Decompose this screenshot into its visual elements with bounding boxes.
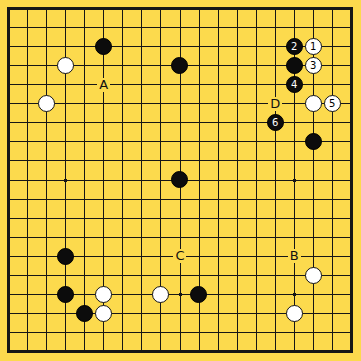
intersection-O8[interactable]	[247, 209, 266, 228]
intersection-M5[interactable]	[209, 266, 228, 285]
intersection-L5[interactable]	[189, 266, 208, 285]
intersection-S16[interactable]	[323, 56, 342, 75]
intersection-D4[interactable]	[56, 285, 75, 304]
intersection-G3[interactable]	[113, 304, 132, 323]
intersection-T12[interactable]	[342, 132, 361, 151]
intersection-N12[interactable]	[228, 132, 247, 151]
intersection-J12[interactable]	[151, 132, 170, 151]
intersection-M7[interactable]	[209, 228, 228, 247]
intersection-L18[interactable]	[189, 18, 208, 37]
intersection-T10[interactable]	[342, 170, 361, 189]
intersection-R5[interactable]	[304, 266, 323, 285]
intersection-Q5[interactable]	[285, 266, 304, 285]
intersection-B3[interactable]	[18, 304, 37, 323]
intersection-S10[interactable]	[323, 170, 342, 189]
intersection-O3[interactable]	[247, 304, 266, 323]
intersection-E2[interactable]	[75, 323, 94, 342]
intersection-C11[interactable]	[37, 151, 56, 170]
intersection-D7[interactable]	[56, 228, 75, 247]
intersection-M19[interactable]	[209, 0, 228, 18]
intersection-B18[interactable]	[18, 18, 37, 37]
intersection-H11[interactable]	[132, 151, 151, 170]
intersection-R3[interactable]	[304, 304, 323, 323]
intersection-E7[interactable]	[75, 228, 94, 247]
intersection-K5[interactable]	[170, 266, 189, 285]
intersection-F2[interactable]	[94, 323, 113, 342]
intersection-M17[interactable]	[209, 37, 228, 56]
intersection-O2[interactable]	[247, 323, 266, 342]
intersection-O19[interactable]	[247, 0, 266, 18]
intersection-F6[interactable]	[94, 247, 113, 266]
intersection-F9[interactable]	[94, 189, 113, 208]
intersection-Q12[interactable]	[285, 132, 304, 151]
intersection-K3[interactable]	[170, 304, 189, 323]
intersection-C8[interactable]	[37, 209, 56, 228]
intersection-J3[interactable]	[151, 304, 170, 323]
intersection-O6[interactable]	[247, 247, 266, 266]
intersection-M8[interactable]	[209, 209, 228, 228]
intersection-G8[interactable]	[113, 209, 132, 228]
intersection-R14[interactable]	[304, 94, 323, 113]
intersection-F19[interactable]	[94, 0, 113, 18]
intersection-O15[interactable]	[247, 75, 266, 94]
intersection-O13[interactable]	[247, 113, 266, 132]
intersection-C12[interactable]	[37, 132, 56, 151]
intersection-D2[interactable]	[56, 323, 75, 342]
intersection-Q17[interactable]: 2	[285, 37, 304, 56]
intersection-N11[interactable]	[228, 151, 247, 170]
intersection-H9[interactable]	[132, 189, 151, 208]
intersection-S4[interactable]	[323, 285, 342, 304]
intersection-T15[interactable]	[342, 75, 361, 94]
intersection-S5[interactable]	[323, 266, 342, 285]
intersection-C14[interactable]	[37, 94, 56, 113]
intersection-L17[interactable]	[189, 37, 208, 56]
intersection-R1[interactable]	[304, 342, 323, 361]
intersection-K16[interactable]	[170, 56, 189, 75]
intersection-F10[interactable]	[94, 170, 113, 189]
intersection-F15[interactable]: A	[94, 75, 113, 94]
intersection-Q18[interactable]	[285, 18, 304, 37]
intersection-C6[interactable]	[37, 247, 56, 266]
intersection-E9[interactable]	[75, 189, 94, 208]
intersection-N4[interactable]	[228, 285, 247, 304]
intersection-P2[interactable]	[266, 323, 285, 342]
intersection-Q15[interactable]: 4	[285, 75, 304, 94]
intersection-C15[interactable]	[37, 75, 56, 94]
intersection-K13[interactable]	[170, 113, 189, 132]
intersection-E17[interactable]	[75, 37, 94, 56]
intersection-H16[interactable]	[132, 56, 151, 75]
intersection-D9[interactable]	[56, 189, 75, 208]
intersection-T19[interactable]	[342, 0, 361, 18]
intersection-R10[interactable]	[304, 170, 323, 189]
intersection-G1[interactable]	[113, 342, 132, 361]
intersection-D8[interactable]	[56, 209, 75, 228]
intersection-C17[interactable]	[37, 37, 56, 56]
intersection-R6[interactable]	[304, 247, 323, 266]
intersection-Q19[interactable]	[285, 0, 304, 18]
intersection-M6[interactable]	[209, 247, 228, 266]
intersection-Q14[interactable]	[285, 94, 304, 113]
intersection-T8[interactable]	[342, 209, 361, 228]
intersection-P15[interactable]	[266, 75, 285, 94]
intersection-A9[interactable]	[0, 189, 18, 208]
intersection-S7[interactable]	[323, 228, 342, 247]
intersection-T16[interactable]	[342, 56, 361, 75]
intersection-E11[interactable]	[75, 151, 94, 170]
intersection-F1[interactable]	[94, 342, 113, 361]
intersection-L7[interactable]	[189, 228, 208, 247]
intersection-C1[interactable]	[37, 342, 56, 361]
intersection-S3[interactable]	[323, 304, 342, 323]
intersection-B5[interactable]	[18, 266, 37, 285]
intersection-C3[interactable]	[37, 304, 56, 323]
intersection-Q1[interactable]	[285, 342, 304, 361]
intersection-G6[interactable]	[113, 247, 132, 266]
intersection-L9[interactable]	[189, 189, 208, 208]
intersection-A2[interactable]	[0, 323, 18, 342]
intersection-J9[interactable]	[151, 189, 170, 208]
intersection-O16[interactable]	[247, 56, 266, 75]
intersection-G9[interactable]	[113, 189, 132, 208]
intersection-B17[interactable]	[18, 37, 37, 56]
intersection-P4[interactable]	[266, 285, 285, 304]
intersection-O14[interactable]	[247, 94, 266, 113]
intersection-A4[interactable]	[0, 285, 18, 304]
intersection-J14[interactable]	[151, 94, 170, 113]
intersection-G16[interactable]	[113, 56, 132, 75]
intersection-Q11[interactable]	[285, 151, 304, 170]
intersection-M14[interactable]	[209, 94, 228, 113]
intersection-P16[interactable]	[266, 56, 285, 75]
intersection-M10[interactable]	[209, 170, 228, 189]
intersection-P14[interactable]: D	[266, 94, 285, 113]
intersection-O7[interactable]	[247, 228, 266, 247]
intersection-H13[interactable]	[132, 113, 151, 132]
intersection-D10[interactable]	[56, 170, 75, 189]
intersection-F3[interactable]	[94, 304, 113, 323]
intersection-N7[interactable]	[228, 228, 247, 247]
intersection-B11[interactable]	[18, 151, 37, 170]
intersection-Q8[interactable]	[285, 209, 304, 228]
intersection-K8[interactable]	[170, 209, 189, 228]
intersection-D17[interactable]	[56, 37, 75, 56]
intersection-T11[interactable]	[342, 151, 361, 170]
intersection-H12[interactable]	[132, 132, 151, 151]
intersection-K2[interactable]	[170, 323, 189, 342]
intersection-R17[interactable]: 1	[304, 37, 323, 56]
intersection-K1[interactable]	[170, 342, 189, 361]
intersection-P12[interactable]	[266, 132, 285, 151]
intersection-A13[interactable]	[0, 113, 18, 132]
intersection-D12[interactable]	[56, 132, 75, 151]
intersection-F16[interactable]	[94, 56, 113, 75]
intersection-T17[interactable]	[342, 37, 361, 56]
intersection-K7[interactable]	[170, 228, 189, 247]
intersection-J4[interactable]	[151, 285, 170, 304]
intersection-P18[interactable]	[266, 18, 285, 37]
intersection-T6[interactable]	[342, 247, 361, 266]
intersection-A15[interactable]	[0, 75, 18, 94]
intersection-M13[interactable]	[209, 113, 228, 132]
intersection-E16[interactable]	[75, 56, 94, 75]
intersection-A17[interactable]	[0, 37, 18, 56]
intersection-K9[interactable]	[170, 189, 189, 208]
intersection-H2[interactable]	[132, 323, 151, 342]
intersection-E18[interactable]	[75, 18, 94, 37]
intersection-D1[interactable]	[56, 342, 75, 361]
intersection-S17[interactable]	[323, 37, 342, 56]
intersection-R7[interactable]	[304, 228, 323, 247]
intersection-P10[interactable]	[266, 170, 285, 189]
intersection-H15[interactable]	[132, 75, 151, 94]
intersection-P8[interactable]	[266, 209, 285, 228]
intersection-E4[interactable]	[75, 285, 94, 304]
intersection-N10[interactable]	[228, 170, 247, 189]
intersection-H5[interactable]	[132, 266, 151, 285]
intersection-N18[interactable]	[228, 18, 247, 37]
intersection-F8[interactable]	[94, 209, 113, 228]
intersection-E12[interactable]	[75, 132, 94, 151]
intersection-H8[interactable]	[132, 209, 151, 228]
intersection-E1[interactable]	[75, 342, 94, 361]
intersection-N2[interactable]	[228, 323, 247, 342]
intersection-B15[interactable]	[18, 75, 37, 94]
intersection-M4[interactable]	[209, 285, 228, 304]
intersection-F5[interactable]	[94, 266, 113, 285]
intersection-D19[interactable]	[56, 0, 75, 18]
intersection-Q16[interactable]	[285, 56, 304, 75]
intersection-B2[interactable]	[18, 323, 37, 342]
intersection-E10[interactable]	[75, 170, 94, 189]
intersection-N16[interactable]	[228, 56, 247, 75]
intersection-F13[interactable]	[94, 113, 113, 132]
intersection-L8[interactable]	[189, 209, 208, 228]
intersection-K15[interactable]	[170, 75, 189, 94]
intersection-B10[interactable]	[18, 170, 37, 189]
intersection-Q9[interactable]	[285, 189, 304, 208]
intersection-G13[interactable]	[113, 113, 132, 132]
intersection-B6[interactable]	[18, 247, 37, 266]
intersection-N1[interactable]	[228, 342, 247, 361]
intersection-P6[interactable]	[266, 247, 285, 266]
intersection-E15[interactable]	[75, 75, 94, 94]
intersection-G11[interactable]	[113, 151, 132, 170]
intersection-E19[interactable]	[75, 0, 94, 18]
intersection-C19[interactable]	[37, 0, 56, 18]
intersection-C13[interactable]	[37, 113, 56, 132]
intersection-F7[interactable]	[94, 228, 113, 247]
intersection-G7[interactable]	[113, 228, 132, 247]
intersection-A11[interactable]	[0, 151, 18, 170]
intersection-S11[interactable]	[323, 151, 342, 170]
intersection-B9[interactable]	[18, 189, 37, 208]
intersection-D5[interactable]	[56, 266, 75, 285]
intersection-J8[interactable]	[151, 209, 170, 228]
intersection-H17[interactable]	[132, 37, 151, 56]
intersection-J5[interactable]	[151, 266, 170, 285]
intersection-G12[interactable]	[113, 132, 132, 151]
intersection-L15[interactable]	[189, 75, 208, 94]
intersection-R12[interactable]	[304, 132, 323, 151]
intersection-K19[interactable]	[170, 0, 189, 18]
intersection-L3[interactable]	[189, 304, 208, 323]
intersection-J7[interactable]	[151, 228, 170, 247]
intersection-E5[interactable]	[75, 266, 94, 285]
intersection-R16[interactable]: 3	[304, 56, 323, 75]
intersection-O11[interactable]	[247, 151, 266, 170]
intersection-G17[interactable]	[113, 37, 132, 56]
intersection-R13[interactable]	[304, 113, 323, 132]
intersection-J2[interactable]	[151, 323, 170, 342]
intersection-D16[interactable]	[56, 56, 75, 75]
intersection-N8[interactable]	[228, 209, 247, 228]
intersection-E3[interactable]	[75, 304, 94, 323]
intersection-P17[interactable]	[266, 37, 285, 56]
intersection-C2[interactable]	[37, 323, 56, 342]
intersection-C16[interactable]	[37, 56, 56, 75]
intersection-B19[interactable]	[18, 0, 37, 18]
intersection-S8[interactable]	[323, 209, 342, 228]
intersection-S19[interactable]	[323, 0, 342, 18]
intersection-O5[interactable]	[247, 266, 266, 285]
intersection-R9[interactable]	[304, 189, 323, 208]
intersection-G14[interactable]	[113, 94, 132, 113]
intersection-J18[interactable]	[151, 18, 170, 37]
intersection-O10[interactable]	[247, 170, 266, 189]
intersection-L10[interactable]	[189, 170, 208, 189]
intersection-S13[interactable]	[323, 113, 342, 132]
intersection-R15[interactable]	[304, 75, 323, 94]
intersection-F18[interactable]	[94, 18, 113, 37]
intersection-S9[interactable]	[323, 189, 342, 208]
intersection-S6[interactable]	[323, 247, 342, 266]
intersection-E14[interactable]	[75, 94, 94, 113]
intersection-L2[interactable]	[189, 323, 208, 342]
intersection-K6[interactable]: C	[170, 247, 189, 266]
intersection-M2[interactable]	[209, 323, 228, 342]
intersection-F11[interactable]	[94, 151, 113, 170]
intersection-A3[interactable]	[0, 304, 18, 323]
intersection-P3[interactable]	[266, 304, 285, 323]
intersection-C4[interactable]	[37, 285, 56, 304]
intersection-A12[interactable]	[0, 132, 18, 151]
intersection-K17[interactable]	[170, 37, 189, 56]
intersection-J16[interactable]	[151, 56, 170, 75]
intersection-Q4[interactable]	[285, 285, 304, 304]
intersection-M11[interactable]	[209, 151, 228, 170]
intersection-C7[interactable]	[37, 228, 56, 247]
intersection-D14[interactable]	[56, 94, 75, 113]
intersection-A16[interactable]	[0, 56, 18, 75]
intersection-K11[interactable]	[170, 151, 189, 170]
intersection-P9[interactable]	[266, 189, 285, 208]
intersection-K12[interactable]	[170, 132, 189, 151]
intersection-O4[interactable]	[247, 285, 266, 304]
intersection-N9[interactable]	[228, 189, 247, 208]
intersection-P13[interactable]: 6	[266, 113, 285, 132]
intersection-M9[interactable]	[209, 189, 228, 208]
intersection-N19[interactable]	[228, 0, 247, 18]
intersection-F12[interactable]	[94, 132, 113, 151]
intersection-Q3[interactable]	[285, 304, 304, 323]
intersection-G10[interactable]	[113, 170, 132, 189]
intersection-T2[interactable]	[342, 323, 361, 342]
intersection-O9[interactable]	[247, 189, 266, 208]
intersection-T13[interactable]	[342, 113, 361, 132]
intersection-H18[interactable]	[132, 18, 151, 37]
intersection-G18[interactable]	[113, 18, 132, 37]
intersection-G15[interactable]	[113, 75, 132, 94]
intersection-H6[interactable]	[132, 247, 151, 266]
intersection-Q13[interactable]	[285, 113, 304, 132]
intersection-J1[interactable]	[151, 342, 170, 361]
intersection-N17[interactable]	[228, 37, 247, 56]
intersection-T3[interactable]	[342, 304, 361, 323]
intersection-F4[interactable]	[94, 285, 113, 304]
intersection-N13[interactable]	[228, 113, 247, 132]
intersection-A14[interactable]	[0, 94, 18, 113]
intersection-P7[interactable]	[266, 228, 285, 247]
intersection-J17[interactable]	[151, 37, 170, 56]
intersection-O1[interactable]	[247, 342, 266, 361]
intersection-M18[interactable]	[209, 18, 228, 37]
intersection-C18[interactable]	[37, 18, 56, 37]
intersection-L14[interactable]	[189, 94, 208, 113]
intersection-K18[interactable]	[170, 18, 189, 37]
intersection-L12[interactable]	[189, 132, 208, 151]
intersection-B13[interactable]	[18, 113, 37, 132]
intersection-C10[interactable]	[37, 170, 56, 189]
intersection-G5[interactable]	[113, 266, 132, 285]
intersection-D3[interactable]	[56, 304, 75, 323]
intersection-J13[interactable]	[151, 113, 170, 132]
intersection-S1[interactable]	[323, 342, 342, 361]
intersection-L1[interactable]	[189, 342, 208, 361]
intersection-D15[interactable]	[56, 75, 75, 94]
intersection-B8[interactable]	[18, 209, 37, 228]
intersection-L11[interactable]	[189, 151, 208, 170]
intersection-B14[interactable]	[18, 94, 37, 113]
intersection-J10[interactable]	[151, 170, 170, 189]
intersection-C9[interactable]	[37, 189, 56, 208]
intersection-R8[interactable]	[304, 209, 323, 228]
intersection-N6[interactable]	[228, 247, 247, 266]
intersection-O17[interactable]	[247, 37, 266, 56]
intersection-D13[interactable]	[56, 113, 75, 132]
intersection-T5[interactable]	[342, 266, 361, 285]
intersection-M1[interactable]	[209, 342, 228, 361]
intersection-R11[interactable]	[304, 151, 323, 170]
intersection-J15[interactable]	[151, 75, 170, 94]
intersection-L19[interactable]	[189, 0, 208, 18]
intersection-A1[interactable]	[0, 342, 18, 361]
intersection-N3[interactable]	[228, 304, 247, 323]
intersection-S18[interactable]	[323, 18, 342, 37]
intersection-L16[interactable]	[189, 56, 208, 75]
intersection-O12[interactable]	[247, 132, 266, 151]
intersection-L6[interactable]	[189, 247, 208, 266]
intersection-A6[interactable]	[0, 247, 18, 266]
intersection-Q2[interactable]	[285, 323, 304, 342]
intersection-P1[interactable]	[266, 342, 285, 361]
intersection-C5[interactable]	[37, 266, 56, 285]
intersection-D18[interactable]	[56, 18, 75, 37]
intersection-M15[interactable]	[209, 75, 228, 94]
intersection-H19[interactable]	[132, 0, 151, 18]
intersection-P11[interactable]	[266, 151, 285, 170]
